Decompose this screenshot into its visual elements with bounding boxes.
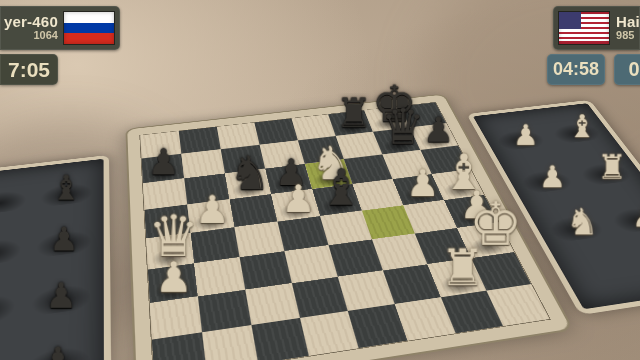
flag-usa-icon	[559, 12, 609, 44]
black-queen[interactable]: ♛	[381, 103, 420, 152]
captured-white-knight: ♞	[548, 204, 617, 240]
chess-app-screen: { "game": "chess", "view": "3d-perspecti…	[0, 0, 640, 360]
captured-slot: ♝	[32, 164, 99, 211]
player-name-left: yer-460	[4, 14, 58, 30]
square-g1[interactable]	[441, 291, 503, 334]
square-a2[interactable]	[150, 296, 202, 339]
player-rating-left: 1064	[33, 30, 57, 42]
captured-slot: ♟	[0, 217, 32, 271]
captured-black-pawn: ♟	[0, 232, 27, 265]
captured-black-bishop: ♝	[34, 171, 99, 206]
black-knight[interactable]: ♞	[229, 149, 271, 196]
captured-white-pawn: ♟	[520, 162, 584, 192]
square-d5[interactable]: ♟	[271, 189, 320, 222]
square-c5[interactable]	[229, 194, 277, 227]
square-d1[interactable]	[300, 311, 359, 356]
captured-black-pawn: ♟	[17, 342, 98, 360]
board-frame: ♜♚♟♛♟♞♟♞♟♟♝♟♝♛♟♟♚♜	[127, 95, 571, 360]
clock-right-main: 04:58	[547, 54, 605, 85]
flag-russia-icon	[64, 12, 114, 44]
black-pawn[interactable]: ♟	[419, 113, 458, 147]
white-pawn[interactable]: ♟	[402, 165, 444, 202]
captured-black-pawn: ♟	[0, 354, 15, 360]
board-world: ♜♝♟♟♞♟♟♟ ♜♚♟♛♟♞♟♞♟♟♝♟♝♛♟♟♚♜ ♟♝♟♜♞♟	[0, 79, 640, 360]
square-a1[interactable]	[152, 332, 207, 360]
captured-slot: ♜	[0, 171, 36, 219]
captured-slot: ♟	[22, 259, 99, 320]
captured-slot: ♟	[478, 113, 555, 153]
clock-right-move: 0	[614, 54, 640, 85]
square-f1[interactable]	[395, 297, 456, 340]
square-a3[interactable]: ♟	[148, 263, 198, 303]
captured-black-rook: ♜	[0, 179, 32, 214]
white-pawn[interactable]: ♟	[277, 180, 320, 218]
captured-white-rook: ♜	[580, 151, 640, 185]
white-rook[interactable]: ♜	[439, 242, 486, 293]
captured-slot: ♞	[527, 195, 616, 246]
player-rating-right: 985	[616, 30, 640, 42]
captured-white-pawn: ♟	[495, 121, 555, 149]
captured-slot: ♟	[16, 317, 100, 360]
captured-white-bishop: ♝	[552, 111, 612, 143]
clocks-right: 04:58 0	[547, 54, 640, 85]
player-name-right: Hai	[616, 14, 640, 30]
square-b1[interactable]	[202, 325, 258, 360]
clock-left: 7:05	[0, 54, 58, 85]
player-panel-right: Hai 985	[553, 6, 640, 50]
captured-slot: ♟	[28, 208, 100, 261]
player-panel-left: yer-460 1064	[0, 6, 120, 50]
captured-black-pawn: ♟	[24, 278, 99, 313]
captured-black-pawn: ♟	[29, 223, 99, 256]
square-d8[interactable]	[254, 118, 298, 144]
board-scene: ♜♝♟♟♞♟♟♟ ♜♚♟♛♟♞♟♞♟♟♝♟♝♛♟♟♚♜ ♟♝♟♜♞♟	[0, 0, 640, 360]
chess-board[interactable]: ♜♚♟♛♟♞♟♞♟♟♝♟♝♛♟♟♚♜	[139, 102, 551, 360]
black-rook[interactable]: ♜	[335, 93, 373, 134]
white-pawn[interactable]: ♟	[150, 256, 198, 298]
square-g4[interactable]	[403, 200, 457, 234]
captured-tray-black: ♜♝♟♟♞♟♟♟	[0, 155, 111, 360]
black-bishop[interactable]: ♝	[319, 163, 362, 213]
captured-black-knight: ♞	[0, 284, 21, 324]
square-c1[interactable]	[251, 318, 308, 360]
black-pawn[interactable]: ♟	[143, 144, 184, 180]
